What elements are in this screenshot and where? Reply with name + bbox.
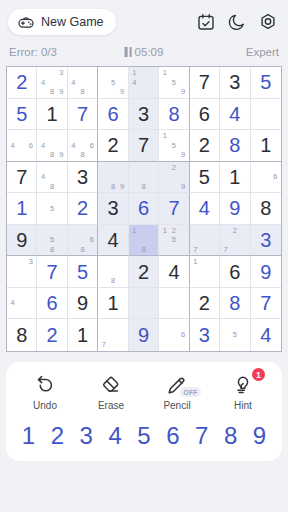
pencil-notes: 7: [191, 226, 218, 255]
cell-r1c6[interactable]: 159: [159, 67, 189, 99]
cell-r5c5[interactable]: 6: [129, 193, 159, 225]
numpad-5[interactable]: 5: [137, 424, 150, 448]
numpad-3[interactable]: 3: [80, 424, 93, 448]
cell-r2c3[interactable]: 7: [68, 99, 98, 131]
pencil-notes: 5: [38, 194, 65, 223]
cell-r6c7[interactable]: 7: [190, 225, 220, 257]
cell-r2c4[interactable]: 6: [98, 99, 128, 131]
cell-r8c4[interactable]: 1: [98, 288, 128, 320]
gear-icon[interactable]: [258, 12, 278, 32]
pencil-notes: 48: [69, 68, 96, 97]
filled-digit: 5: [77, 262, 88, 282]
pencil-notes: 5: [221, 320, 248, 350]
cell-r4c5[interactable]: 8: [129, 162, 159, 194]
cell-r3c4[interactable]: 2: [98, 130, 128, 162]
cell-r2c9[interactable]: [251, 99, 281, 131]
cell-r5c3[interactable]: 2: [68, 193, 98, 225]
cell-r7c3[interactable]: 5: [68, 256, 98, 288]
pencil-button[interactable]: OFF Pencil: [151, 373, 203, 411]
hint-count-badge: 1: [252, 368, 265, 381]
timer: 05:09: [125, 46, 164, 58]
cell-r2c8[interactable]: 4: [220, 99, 250, 131]
filled-digit: 8: [229, 135, 240, 155]
sudoku-board: 2348948591415973551763864464894682715928…: [6, 66, 282, 352]
given-digit: 2: [199, 293, 210, 313]
pencil-notes: 3489: [38, 68, 65, 97]
cell-r2c5[interactable]: 3: [129, 99, 159, 131]
filled-digit: 2: [47, 325, 58, 345]
given-digit: 9: [16, 230, 27, 250]
given-digit: 6: [199, 104, 210, 124]
pencil-notes: 8: [130, 163, 157, 192]
hint-label: Hint: [234, 400, 252, 411]
cell-r6c6[interactable]: 125: [159, 225, 189, 257]
cell-r9c6[interactable]: 6: [159, 319, 189, 351]
filled-digit: 9: [138, 325, 149, 345]
calendar-check-icon[interactable]: [196, 12, 216, 32]
numpad-1[interactable]: 1: [22, 424, 35, 448]
cell-r3c7[interactable]: 2: [190, 130, 220, 162]
cell-r5c8[interactable]: 9: [220, 193, 250, 225]
pencil-notes: 59: [99, 68, 126, 97]
given-digit: 4: [168, 262, 179, 282]
cell-r8c2[interactable]: 6: [37, 288, 67, 320]
filled-digit: 7: [168, 198, 179, 218]
cell-r8c5[interactable]: [129, 288, 159, 320]
numpad-4[interactable]: 4: [108, 424, 121, 448]
cell-r8c7[interactable]: 2: [190, 288, 220, 320]
cell-r1c2[interactable]: 3489: [37, 67, 67, 99]
given-digit: 7: [138, 135, 149, 155]
cell-r5c9[interactable]: 8: [251, 193, 281, 225]
filled-digit: 8: [168, 104, 179, 124]
given-digit: 8: [260, 198, 271, 218]
cell-r9c9[interactable]: 4: [251, 319, 281, 351]
cell-r4c2[interactable]: 48: [37, 162, 67, 194]
cell-r3c8[interactable]: 8: [220, 130, 250, 162]
cell-r3c5[interactable]: 7: [129, 130, 159, 162]
cell-r2c7[interactable]: 6: [190, 99, 220, 131]
given-digit: 8: [16, 325, 27, 345]
cell-r1c3[interactable]: 48: [68, 67, 98, 99]
filled-digit: 5: [16, 104, 27, 124]
cell-r3c1[interactable]: 46: [7, 130, 37, 162]
cell-r6c8[interactable]: 27: [220, 225, 250, 257]
pencil-notes: 3: [8, 257, 35, 286]
cell-r4c1[interactable]: 7: [7, 162, 37, 194]
cell-r9c4[interactable]: 7: [98, 319, 128, 351]
filled-digit: 7: [77, 104, 88, 124]
pencil-notes: 46: [8, 131, 35, 160]
cell-r7c8[interactable]: 6: [220, 256, 250, 288]
filled-digit: 8: [229, 293, 240, 313]
status-bar: Error: 0/3 05:09 Expert: [0, 46, 288, 58]
cell-r2c6[interactable]: 8: [159, 99, 189, 131]
given-digit: 1: [77, 325, 88, 345]
error-counter: Error: 0/3: [9, 46, 57, 58]
given-digit: 7: [199, 72, 210, 92]
eraser-icon: [99, 373, 123, 397]
erase-label: Erase: [98, 400, 124, 411]
pencil-off-badge: OFF: [180, 387, 201, 397]
cell-r7c5[interactable]: 2: [129, 256, 159, 288]
difficulty-label: Expert: [246, 46, 279, 58]
cell-r8c9[interactable]: 7: [251, 288, 281, 320]
hint-button[interactable]: 1 Hint: [217, 373, 269, 411]
new-game-button[interactable]: New Game: [8, 9, 116, 35]
pencil-notes: 14: [130, 68, 157, 97]
moon-icon[interactable]: [227, 12, 247, 32]
pencil-notes: 8: [99, 257, 126, 286]
filled-digit: 3: [260, 230, 271, 250]
cell-r7c4[interactable]: 8: [98, 256, 128, 288]
pencil-notes: 159: [160, 131, 187, 160]
tools-row: Undo Erase: [12, 373, 276, 411]
cell-r4c6[interactable]: 29: [159, 162, 189, 194]
given-digit: 2: [199, 135, 210, 155]
filled-digit: 5: [260, 72, 271, 92]
cell-r9c5[interactable]: 9: [129, 319, 159, 351]
given-digit: 2: [107, 135, 118, 155]
filled-digit: 1: [16, 198, 27, 218]
given-digit: 1: [107, 293, 118, 313]
cell-r4c9[interactable]: 6: [251, 162, 281, 194]
given-digit: 6: [229, 262, 240, 282]
pencil-notes: 29: [160, 163, 187, 192]
cell-r3c9[interactable]: 1: [251, 130, 281, 162]
cell-r1c4[interactable]: 59: [98, 67, 128, 99]
pencil-notes: 6: [252, 163, 280, 192]
cell-r1c1[interactable]: 2: [7, 67, 37, 99]
cell-r4c7[interactable]: 5: [190, 162, 220, 194]
filled-digit: 6: [47, 293, 58, 313]
cell-r5c2[interactable]: 5: [37, 193, 67, 225]
pencil-notes: 18: [130, 226, 157, 255]
cell-r3c2[interactable]: 489: [37, 130, 67, 162]
given-digit: 1: [47, 104, 58, 124]
pencil-notes: 68: [69, 226, 96, 255]
given-digit: 1: [229, 167, 240, 187]
cell-r6c4[interactable]: 4: [98, 225, 128, 257]
cell-r3c6[interactable]: 159: [159, 130, 189, 162]
filled-digit: 6: [107, 104, 118, 124]
pencil-notes: 89: [99, 163, 126, 192]
cell-r9c1[interactable]: 8: [7, 319, 37, 351]
cell-r7c7[interactable]: 1: [190, 256, 220, 288]
tool-card: Undo Erase: [6, 362, 282, 461]
given-digit: 3: [107, 198, 118, 218]
cell-r8c6[interactable]: [159, 288, 189, 320]
cell-r3c3[interactable]: 468: [68, 130, 98, 162]
cell-r9c2[interactable]: 2: [37, 319, 67, 351]
cell-r1c5[interactable]: 14: [129, 67, 159, 99]
pause-icon[interactable]: [125, 47, 132, 57]
new-game-label: New Game: [41, 15, 104, 29]
filled-digit: 7: [47, 262, 58, 282]
filled-digit: 2: [77, 198, 88, 218]
numpad-6[interactable]: 6: [166, 424, 179, 448]
cell-r4c4[interactable]: 89: [98, 162, 128, 194]
cell-r1c9[interactable]: 5: [251, 67, 281, 99]
given-digit: 2: [138, 262, 149, 282]
pencil-notes: 58: [38, 226, 65, 255]
cell-r8c8[interactable]: 8: [220, 288, 250, 320]
filled-digit: 3: [199, 325, 210, 345]
given-digit: 3: [138, 104, 149, 124]
pencil-notes: 468: [69, 131, 96, 160]
filled-digit: 9: [229, 198, 240, 218]
filled-digit: 7: [260, 293, 271, 313]
pencil-notes: 489: [38, 131, 65, 160]
numpad-7[interactable]: 7: [195, 424, 208, 448]
erase-button[interactable]: Erase: [85, 373, 137, 411]
filled-digit: 9: [260, 262, 271, 282]
cell-r5c4[interactable]: 3: [98, 193, 128, 225]
given-digit: 5: [199, 167, 210, 187]
timer-value: 05:09: [135, 46, 164, 58]
cell-r6c3[interactable]: 68: [68, 225, 98, 257]
pencil-notes: 48: [38, 163, 65, 192]
undo-icon: [33, 373, 57, 397]
given-digit: 3: [229, 72, 240, 92]
cell-r1c8[interactable]: 3: [220, 67, 250, 99]
cell-r6c9[interactable]: 3: [251, 225, 281, 257]
cell-r9c8[interactable]: 5: [220, 319, 250, 351]
cell-r5c6[interactable]: 7: [159, 193, 189, 225]
gamepad-icon: [17, 13, 35, 31]
pencil-notes: 4: [8, 289, 35, 318]
cell-r4c3[interactable]: 3: [68, 162, 98, 194]
given-digit: 9: [77, 293, 88, 313]
cell-r2c2[interactable]: 1: [37, 99, 67, 131]
pencil-label: Pencil: [163, 400, 190, 411]
cell-r9c3[interactable]: 1: [68, 319, 98, 351]
numpad-2[interactable]: 2: [51, 424, 64, 448]
cell-r8c3[interactable]: 9: [68, 288, 98, 320]
numpad-8[interactable]: 8: [224, 424, 237, 448]
cell-r7c2[interactable]: 7: [37, 256, 67, 288]
given-digit: 7: [16, 167, 27, 187]
filled-digit: 6: [138, 198, 149, 218]
cell-r6c2[interactable]: 58: [37, 225, 67, 257]
cell-r5c1[interactable]: 1: [7, 193, 37, 225]
pencil-notes: 27: [221, 226, 248, 255]
cell-r7c6[interactable]: 4: [159, 256, 189, 288]
sudoku-app: New Game: [0, 0, 288, 512]
cell-r5c7[interactable]: 4: [190, 193, 220, 225]
numpad: 123456789: [12, 424, 276, 448]
cell-r7c9[interactable]: 9: [251, 256, 281, 288]
given-digit: 1: [260, 135, 271, 155]
cell-r9c7[interactable]: 3: [190, 319, 220, 351]
filled-digit: 4: [199, 198, 210, 218]
pencil-notes: 6: [160, 320, 187, 350]
cell-r4c8[interactable]: 1: [220, 162, 250, 194]
cell-r7c1[interactable]: 3: [7, 256, 37, 288]
filled-digit: 4: [229, 104, 240, 124]
given-digit: 3: [77, 167, 88, 187]
undo-label: Undo: [33, 400, 57, 411]
pencil-notes: 1: [191, 257, 218, 286]
numpad-9[interactable]: 9: [253, 424, 266, 448]
top-icons: [196, 12, 278, 32]
given-digit: 4: [107, 230, 118, 250]
cell-r2c1[interactable]: 5: [7, 99, 37, 131]
cell-r8c1[interactable]: 4: [7, 288, 37, 320]
filled-digit: 2: [16, 72, 27, 92]
pencil-notes: 125: [160, 226, 187, 255]
undo-button[interactable]: Undo: [19, 373, 71, 411]
cell-r6c5[interactable]: 18: [129, 225, 159, 257]
top-bar: New Game: [0, 0, 288, 35]
filled-digit: 4: [260, 325, 271, 345]
cell-r1c7[interactable]: 7: [190, 67, 220, 99]
pencil-notes: 7: [99, 320, 126, 350]
cell-r6c1[interactable]: 9: [7, 225, 37, 257]
pencil-notes: 159: [160, 68, 187, 97]
